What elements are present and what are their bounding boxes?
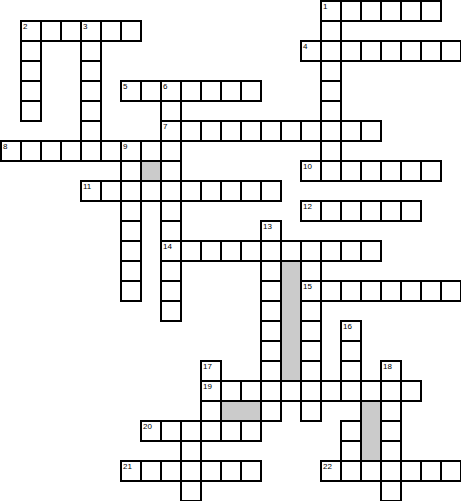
cell-r9-c10[interactable] bbox=[200, 180, 222, 202]
cell-r6-c11[interactable] bbox=[220, 120, 242, 142]
cell-r0-c17[interactable] bbox=[340, 0, 362, 22]
cell-r1-c1[interactable] bbox=[20, 20, 42, 42]
cell-r17-c13[interactable] bbox=[260, 340, 282, 362]
cell-r14-c16[interactable] bbox=[320, 280, 342, 302]
cell-r19-c17[interactable] bbox=[340, 380, 362, 402]
cell-r6-c13[interactable] bbox=[260, 120, 282, 142]
cell-r19-c18[interactable] bbox=[360, 380, 382, 402]
cell-r17-c17[interactable] bbox=[340, 340, 362, 362]
cell-r21-c17[interactable] bbox=[340, 420, 362, 442]
cell-r14-c22[interactable] bbox=[440, 280, 461, 302]
cell-r1-c2[interactable] bbox=[40, 20, 62, 42]
cell-r10-c20[interactable] bbox=[400, 200, 422, 222]
cell-r12-c13[interactable] bbox=[260, 240, 282, 262]
cell-r7-c0[interactable] bbox=[0, 140, 22, 162]
cell-r0-c20[interactable] bbox=[400, 0, 422, 22]
cell-r0-c18[interactable] bbox=[360, 0, 382, 22]
cell-r10-c17[interactable] bbox=[340, 200, 362, 222]
cell-r4-c1[interactable] bbox=[20, 80, 42, 102]
cell-r16-c15[interactable] bbox=[300, 320, 322, 342]
cell-r20-c13[interactable] bbox=[260, 400, 282, 422]
cell-r3-c16[interactable] bbox=[320, 60, 342, 82]
cell-r5-c4[interactable] bbox=[80, 100, 102, 122]
crossword-board: 12345678910111213141516171819202122 bbox=[0, 0, 461, 501]
cell-r18-c15[interactable] bbox=[300, 360, 322, 382]
cell-r14-c19[interactable] bbox=[380, 280, 402, 302]
cell-r11-c13[interactable] bbox=[260, 220, 282, 242]
cell-r9-c12[interactable] bbox=[240, 180, 262, 202]
cell-r8-c19[interactable] bbox=[380, 160, 402, 182]
cell-r23-c19[interactable] bbox=[380, 460, 402, 482]
cell-r23-c6[interactable] bbox=[120, 460, 142, 482]
cell-r7-c16[interactable] bbox=[320, 140, 342, 162]
cell-r15-c13[interactable] bbox=[260, 300, 282, 322]
cell-r7-c3[interactable] bbox=[60, 140, 82, 162]
cell-r19-c20[interactable] bbox=[400, 380, 422, 402]
cell-r1-c6[interactable] bbox=[120, 20, 142, 42]
shaded-region-4[interactable] bbox=[360, 400, 382, 462]
cell-r14-c20[interactable] bbox=[400, 280, 422, 302]
cell-r23-c22[interactable] bbox=[440, 460, 461, 482]
cell-r23-c11[interactable] bbox=[220, 460, 242, 482]
cell-r9-c11[interactable] bbox=[220, 180, 242, 202]
cell-r23-c12[interactable] bbox=[240, 460, 262, 482]
cell-r9-c13[interactable] bbox=[260, 180, 282, 202]
cell-r6-c15[interactable] bbox=[300, 120, 322, 142]
cell-r12-c17[interactable] bbox=[340, 240, 362, 262]
cell-r24-c19[interactable] bbox=[380, 480, 402, 501]
cell-r2-c21[interactable] bbox=[420, 40, 442, 62]
cell-r8-c15[interactable] bbox=[300, 160, 322, 182]
cell-r4-c16[interactable] bbox=[320, 80, 342, 102]
cell-r6-c14[interactable] bbox=[280, 120, 302, 142]
cell-r10-c19[interactable] bbox=[380, 200, 402, 222]
cell-r23-c17[interactable] bbox=[340, 460, 362, 482]
cell-r13-c13[interactable] bbox=[260, 260, 282, 282]
cell-r19-c14[interactable] bbox=[280, 380, 302, 402]
cell-r2-c4[interactable] bbox=[80, 40, 102, 62]
cell-r8-c16[interactable] bbox=[320, 160, 342, 182]
cell-r20-c19[interactable] bbox=[380, 400, 402, 422]
cell-r4-c4[interactable] bbox=[80, 80, 102, 102]
cell-r12-c8[interactable] bbox=[160, 240, 182, 262]
cell-r7-c6[interactable] bbox=[120, 140, 142, 162]
cell-r0-c16[interactable] bbox=[320, 0, 342, 22]
cell-r10-c15[interactable] bbox=[300, 200, 322, 222]
cell-r3-c1[interactable] bbox=[20, 60, 42, 82]
cell-r4-c10[interactable] bbox=[200, 80, 222, 102]
cell-r4-c9[interactable] bbox=[180, 80, 202, 102]
cell-r14-c15[interactable] bbox=[300, 280, 322, 302]
cell-r1-c16[interactable] bbox=[320, 20, 342, 42]
cell-r6-c8[interactable] bbox=[160, 120, 182, 142]
cell-r19-c16[interactable] bbox=[320, 380, 342, 402]
cell-r23-c9[interactable] bbox=[180, 460, 202, 482]
cell-r23-c10[interactable] bbox=[200, 460, 222, 482]
cell-r21-c8[interactable] bbox=[160, 420, 182, 442]
cell-r2-c22[interactable] bbox=[440, 40, 461, 62]
cell-r2-c20[interactable] bbox=[400, 40, 422, 62]
shaded-region-3[interactable] bbox=[220, 400, 262, 422]
cell-r23-c7[interactable] bbox=[140, 460, 162, 482]
cell-r10-c6[interactable] bbox=[120, 200, 142, 222]
cell-r19-c13[interactable] bbox=[260, 380, 282, 402]
cell-r19-c19[interactable] bbox=[380, 380, 402, 402]
cell-r21-c19[interactable] bbox=[380, 420, 402, 442]
cell-r5-c8[interactable] bbox=[160, 100, 182, 122]
cell-r7-c7[interactable] bbox=[140, 140, 162, 162]
cell-r14-c18[interactable] bbox=[360, 280, 382, 302]
cell-r1-c4[interactable] bbox=[80, 20, 102, 42]
cell-r6-c4[interactable] bbox=[80, 120, 102, 142]
cell-r9-c7[interactable] bbox=[140, 180, 162, 202]
cell-r9-c5[interactable] bbox=[100, 180, 122, 202]
cell-r15-c8[interactable] bbox=[160, 300, 182, 322]
cell-r0-c21[interactable] bbox=[420, 0, 442, 22]
cell-r18-c13[interactable] bbox=[260, 360, 282, 382]
cell-r11-c6[interactable] bbox=[120, 220, 142, 242]
cell-r4-c11[interactable] bbox=[220, 80, 242, 102]
cell-r8-c20[interactable] bbox=[400, 160, 422, 182]
cell-r22-c9[interactable] bbox=[180, 440, 202, 462]
cell-r12-c12[interactable] bbox=[240, 240, 262, 262]
cell-r19-c11[interactable] bbox=[220, 380, 242, 402]
cell-r12-c18[interactable] bbox=[360, 240, 382, 262]
cell-r3-c4[interactable] bbox=[80, 60, 102, 82]
cell-r14-c8[interactable] bbox=[160, 280, 182, 302]
cell-r5-c1[interactable] bbox=[20, 100, 42, 122]
cell-r0-c19[interactable] bbox=[380, 0, 402, 22]
cell-r18-c10[interactable] bbox=[200, 360, 222, 382]
cell-r9-c9[interactable] bbox=[180, 180, 202, 202]
cell-r6-c9[interactable] bbox=[180, 120, 202, 142]
cell-r19-c12[interactable] bbox=[240, 380, 262, 402]
cell-r8-c6[interactable] bbox=[120, 160, 142, 182]
cell-r6-c17[interactable] bbox=[340, 120, 362, 142]
cell-r2-c1[interactable] bbox=[20, 40, 42, 62]
cell-r13-c15[interactable] bbox=[300, 260, 322, 282]
cell-r10-c8[interactable] bbox=[160, 200, 182, 222]
cell-r14-c21[interactable] bbox=[420, 280, 442, 302]
cell-r14-c17[interactable] bbox=[340, 280, 362, 302]
cell-r13-c6[interactable] bbox=[120, 260, 142, 282]
cell-r10-c18[interactable] bbox=[360, 200, 382, 222]
cell-r7-c5[interactable] bbox=[100, 140, 122, 162]
cell-r4-c8[interactable] bbox=[160, 80, 182, 102]
cell-r21-c9[interactable] bbox=[180, 420, 202, 442]
cell-r2-c18[interactable] bbox=[360, 40, 382, 62]
cell-r16-c13[interactable] bbox=[260, 320, 282, 342]
cell-r7-c2[interactable] bbox=[40, 140, 62, 162]
cell-r12-c6[interactable] bbox=[120, 240, 142, 262]
cell-r9-c6[interactable] bbox=[120, 180, 142, 202]
cell-r14-c6[interactable] bbox=[120, 280, 142, 302]
cell-r15-c15[interactable] bbox=[300, 300, 322, 322]
cell-r22-c19[interactable] bbox=[380, 440, 402, 462]
cell-r20-c15[interactable] bbox=[300, 400, 322, 422]
cell-r18-c17[interactable] bbox=[340, 360, 362, 382]
cell-r4-c7[interactable] bbox=[140, 80, 162, 102]
cell-r6-c18[interactable] bbox=[360, 120, 382, 142]
cell-r6-c16[interactable] bbox=[320, 120, 342, 142]
cell-r13-c8[interactable] bbox=[160, 260, 182, 282]
cell-r12-c11[interactable] bbox=[220, 240, 242, 262]
cell-r12-c10[interactable] bbox=[200, 240, 222, 262]
cell-r2-c15[interactable] bbox=[300, 40, 322, 62]
cell-r23-c21[interactable] bbox=[420, 460, 442, 482]
cell-r12-c9[interactable] bbox=[180, 240, 202, 262]
cell-r21-c7[interactable] bbox=[140, 420, 162, 442]
cell-r4-c6[interactable] bbox=[120, 80, 142, 102]
cell-r2-c16[interactable] bbox=[320, 40, 342, 62]
cell-r7-c1[interactable] bbox=[20, 140, 42, 162]
cell-r17-c15[interactable] bbox=[300, 340, 322, 362]
cell-r7-c8[interactable] bbox=[160, 140, 182, 162]
cell-r11-c8[interactable] bbox=[160, 220, 182, 242]
shaded-region-1[interactable] bbox=[140, 160, 162, 182]
cell-r2-c19[interactable] bbox=[380, 40, 402, 62]
cell-r9-c4[interactable] bbox=[80, 180, 102, 202]
cell-r1-c3[interactable] bbox=[60, 20, 82, 42]
cell-r24-c9[interactable] bbox=[180, 480, 202, 501]
cell-r23-c8[interactable] bbox=[160, 460, 182, 482]
cell-r9-c8[interactable] bbox=[160, 180, 182, 202]
cell-r1-c5[interactable] bbox=[100, 20, 122, 42]
cell-r12-c16[interactable] bbox=[320, 240, 342, 262]
cell-r16-c17[interactable] bbox=[340, 320, 362, 342]
cell-r8-c18[interactable] bbox=[360, 160, 382, 182]
cell-r22-c17[interactable] bbox=[340, 440, 362, 462]
cell-r5-c16[interactable] bbox=[320, 100, 342, 122]
cell-r23-c16[interactable] bbox=[320, 460, 342, 482]
cell-r10-c16[interactable] bbox=[320, 200, 342, 222]
cell-r21-c10[interactable] bbox=[200, 420, 222, 442]
cell-r8-c8[interactable] bbox=[160, 160, 182, 182]
cell-r8-c17[interactable] bbox=[340, 160, 362, 182]
cell-r12-c15[interactable] bbox=[300, 240, 322, 262]
cell-r12-c14[interactable] bbox=[280, 240, 302, 262]
cell-r23-c18[interactable] bbox=[360, 460, 382, 482]
cell-r4-c12[interactable] bbox=[240, 80, 262, 102]
cell-r14-c13[interactable] bbox=[260, 280, 282, 302]
cell-r19-c15[interactable] bbox=[300, 380, 322, 402]
cell-r18-c19[interactable] bbox=[380, 360, 402, 382]
cell-r23-c20[interactable] bbox=[400, 460, 422, 482]
cell-r21-c11[interactable] bbox=[220, 420, 242, 442]
cell-r7-c4[interactable] bbox=[80, 140, 102, 162]
cell-r19-c10[interactable] bbox=[200, 380, 222, 402]
cell-r8-c21[interactable] bbox=[420, 160, 442, 182]
cell-r20-c10[interactable] bbox=[200, 400, 222, 422]
cell-r6-c12[interactable] bbox=[240, 120, 262, 142]
cell-r2-c17[interactable] bbox=[340, 40, 362, 62]
shaded-region-2[interactable] bbox=[280, 260, 302, 382]
cell-r6-c10[interactable] bbox=[200, 120, 222, 142]
cell-r21-c12[interactable] bbox=[240, 420, 262, 442]
